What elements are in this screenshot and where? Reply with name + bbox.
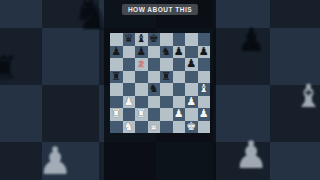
square-f1[interactable]: [173, 121, 186, 134]
square-e1[interactable]: [160, 121, 173, 134]
square-g3[interactable]: ♟: [185, 96, 198, 109]
background-black-pawn-icon: ♟: [237, 24, 266, 56]
square-b2[interactable]: [123, 108, 136, 121]
square-g2[interactable]: [185, 108, 198, 121]
square-g8[interactable]: [185, 33, 198, 46]
square-e8[interactable]: [160, 33, 173, 46]
square-b6[interactable]: [123, 58, 136, 71]
white-pawn-g3[interactable]: ♟: [185, 96, 198, 109]
black-pawn-g6[interactable]: ♟: [185, 58, 198, 71]
background-white-pawn-icon: ♟: [234, 136, 268, 174]
black-pawn-a7[interactable]: ♟: [110, 46, 123, 59]
square-b5[interactable]: [123, 71, 136, 84]
square-d1[interactable]: ♛: [148, 121, 161, 134]
white-pawn-f2[interactable]: ♟: [173, 108, 186, 121]
caption-text: HOW ABOUT THIS: [128, 6, 192, 13]
square-b4[interactable]: [123, 83, 136, 96]
square-d2[interactable]: [148, 108, 161, 121]
square-d3[interactable]: [148, 96, 161, 109]
square-h6[interactable]: [198, 58, 211, 71]
black-bishop-c8[interactable]: ♝: [135, 33, 148, 46]
background-white-pawn-icon: ♟: [38, 142, 72, 180]
square-a2[interactable]: ♜: [110, 108, 123, 121]
square-a8[interactable]: [110, 33, 123, 46]
square-h2[interactable]: ♟: [198, 108, 211, 121]
background-black-rook-icon: ♜: [0, 52, 19, 84]
black-pawn-c7[interactable]: ♟: [135, 46, 148, 59]
square-b3[interactable]: ♟: [123, 96, 136, 109]
square-g6[interactable]: ♟: [185, 58, 198, 71]
square-f2[interactable]: ♟: [173, 108, 186, 121]
square-h7[interactable]: ♟: [198, 46, 211, 59]
black-king-d8[interactable]: ♚: [148, 33, 161, 46]
black-pawn-h7[interactable]: ♟: [198, 46, 211, 59]
square-f6[interactable]: [173, 58, 186, 71]
square-h1[interactable]: [198, 121, 211, 134]
white-bishop-h4[interactable]: ♝: [198, 83, 211, 96]
square-h8[interactable]: [198, 33, 211, 46]
square-e4[interactable]: [160, 83, 173, 96]
black-knight-d4[interactable]: ♞: [148, 83, 161, 96]
black-knight-e7[interactable]: ♞: [160, 46, 173, 59]
square-a7[interactable]: ♟: [110, 46, 123, 59]
square-c1[interactable]: [135, 121, 148, 134]
square-d7[interactable]: [148, 46, 161, 59]
square-e7[interactable]: ♞: [160, 46, 173, 59]
square-e6[interactable]: [160, 58, 173, 71]
square-a4[interactable]: [110, 83, 123, 96]
video-frame: ♞♟♜♝♟♟ HOW ABOUT THIS ♛♝♚♟♟♞♟♟2♟♜♜♞♝♟♟♜♜…: [0, 0, 320, 180]
square-g5[interactable]: [185, 71, 198, 84]
background-white-bishop-icon: ♝: [294, 80, 320, 112]
white-queen-d1[interactable]: ♛: [148, 121, 161, 134]
square-c5[interactable]: [135, 71, 148, 84]
square-c6[interactable]: 2: [135, 58, 148, 71]
black-rook-a5[interactable]: ♜: [110, 71, 123, 84]
square-a5[interactable]: ♜: [110, 71, 123, 84]
white-rook-a2[interactable]: ♜: [110, 108, 123, 121]
square-a6[interactable]: [110, 58, 123, 71]
white-king-g1[interactable]: ♚: [185, 121, 198, 134]
square-f5[interactable]: [173, 71, 186, 84]
square-b1[interactable]: ♞: [123, 121, 136, 134]
square-c7[interactable]: ♟: [135, 46, 148, 59]
white-rook-c2[interactable]: ♜: [135, 108, 148, 121]
white-pawn-b3[interactable]: ♟: [123, 96, 136, 109]
square-g4[interactable]: [185, 83, 198, 96]
square-b8[interactable]: ♛: [123, 33, 136, 46]
chess-board[interactable]: ♛♝♚♟♟♞♟♟2♟♜♜♞♝♟♟♜♜♟♟♞♛♚: [110, 33, 210, 133]
square-c8[interactable]: ♝: [135, 33, 148, 46]
square-e3[interactable]: [160, 96, 173, 109]
square-d8[interactable]: ♚: [148, 33, 161, 46]
black-pawn-f7[interactable]: ♟: [173, 46, 186, 59]
black-queen-b8[interactable]: ♛: [123, 33, 136, 46]
caption-chip: HOW ABOUT THIS: [122, 4, 198, 15]
square-g1[interactable]: ♚: [185, 121, 198, 134]
black-rook-e5[interactable]: ♜: [160, 71, 173, 84]
white-pawn-h2[interactable]: ♟: [198, 108, 211, 121]
square-f8[interactable]: [173, 33, 186, 46]
square-d6[interactable]: [148, 58, 161, 71]
square-e5[interactable]: ♜: [160, 71, 173, 84]
square-c2[interactable]: ♜: [135, 108, 148, 121]
square-e2[interactable]: [160, 108, 173, 121]
square-f4[interactable]: [173, 83, 186, 96]
square-b7[interactable]: [123, 46, 136, 59]
square-d4[interactable]: ♞: [148, 83, 161, 96]
move-annotation: 2: [135, 58, 148, 71]
square-h4[interactable]: ♝: [198, 83, 211, 96]
square-a1[interactable]: [110, 121, 123, 134]
white-knight-b1[interactable]: ♞: [123, 121, 136, 134]
square-c4[interactable]: [135, 83, 148, 96]
square-f7[interactable]: ♟: [173, 46, 186, 59]
